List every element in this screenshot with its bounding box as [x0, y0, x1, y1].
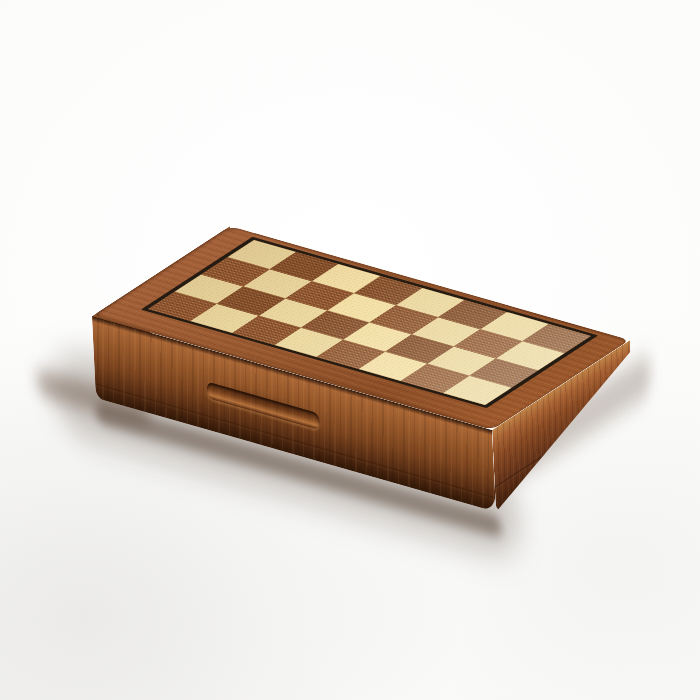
product-photo: [0, 0, 700, 700]
